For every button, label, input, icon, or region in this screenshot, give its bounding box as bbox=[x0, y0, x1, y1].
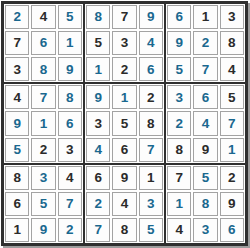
cell-r7c2[interactable]: 3 bbox=[31, 166, 55, 190]
cell-r6c9[interactable]: 1 bbox=[220, 138, 244, 162]
cell-r2c1[interactable]: 7 bbox=[5, 31, 29, 55]
cell-r5c2[interactable]: 1 bbox=[31, 111, 55, 135]
cell-r5c6[interactable]: 8 bbox=[139, 111, 163, 135]
cell-r8c6[interactable]: 3 bbox=[139, 192, 163, 216]
cell-r1c4[interactable]: 8 bbox=[86, 5, 110, 29]
cell-r3c6[interactable]: 6 bbox=[139, 57, 163, 81]
cell-r1c3[interactable]: 5 bbox=[58, 5, 82, 29]
cell-r7c5[interactable]: 9 bbox=[112, 166, 136, 190]
box-3-1: 834657192 bbox=[3, 164, 84, 244]
cell-r5c5[interactable]: 5 bbox=[112, 111, 136, 135]
cell-r6c7[interactable]: 8 bbox=[167, 138, 191, 162]
cell-r8c4[interactable]: 2 bbox=[86, 192, 110, 216]
cell-r4c7[interactable]: 3 bbox=[167, 85, 191, 109]
box-1-3: 613928574 bbox=[165, 3, 246, 83]
cell-r4c8[interactable]: 6 bbox=[193, 85, 217, 109]
box-2-2: 912358467 bbox=[84, 83, 165, 163]
cell-r6c8[interactable]: 9 bbox=[193, 138, 217, 162]
cell-r1c1[interactable]: 2 bbox=[5, 5, 29, 29]
cell-r5c7[interactable]: 2 bbox=[167, 111, 191, 135]
cell-r8c3[interactable]: 7 bbox=[58, 192, 82, 216]
cell-r3c2[interactable]: 8 bbox=[31, 57, 55, 81]
cell-r7c9[interactable]: 2 bbox=[220, 166, 244, 190]
cell-r5c1[interactable]: 9 bbox=[5, 111, 29, 135]
cell-r1c6[interactable]: 9 bbox=[139, 5, 163, 29]
cell-r4c9[interactable]: 5 bbox=[220, 85, 244, 109]
cell-r1c9[interactable]: 3 bbox=[220, 5, 244, 29]
cell-r9c4[interactable]: 7 bbox=[86, 218, 110, 242]
cell-r7c7[interactable]: 7 bbox=[167, 166, 191, 190]
cell-r9c9[interactable]: 6 bbox=[220, 218, 244, 242]
cell-r4c5[interactable]: 1 bbox=[112, 85, 136, 109]
cell-r8c9[interactable]: 9 bbox=[220, 192, 244, 216]
cell-r7c3[interactable]: 4 bbox=[58, 166, 82, 190]
cell-r3c4[interactable]: 1 bbox=[86, 57, 110, 81]
box-3-2: 691243785 bbox=[84, 164, 165, 244]
cell-r3c8[interactable]: 7 bbox=[193, 57, 217, 81]
cell-r2c4[interactable]: 5 bbox=[86, 31, 110, 55]
cell-r4c3[interactable]: 8 bbox=[58, 85, 82, 109]
cell-r2c3[interactable]: 1 bbox=[58, 31, 82, 55]
cell-r1c7[interactable]: 6 bbox=[167, 5, 191, 29]
cell-r6c6[interactable]: 7 bbox=[139, 138, 163, 162]
box-3-3: 752189436 bbox=[165, 164, 246, 244]
cell-r7c6[interactable]: 1 bbox=[139, 166, 163, 190]
cell-r4c2[interactable]: 7 bbox=[31, 85, 55, 109]
cell-r3c7[interactable]: 5 bbox=[167, 57, 191, 81]
cell-r4c1[interactable]: 4 bbox=[5, 85, 29, 109]
cell-r8c5[interactable]: 4 bbox=[112, 192, 136, 216]
cell-r2c9[interactable]: 8 bbox=[220, 31, 244, 55]
cell-r6c2[interactable]: 2 bbox=[31, 138, 55, 162]
cell-r1c8[interactable]: 1 bbox=[193, 5, 217, 29]
cell-r3c5[interactable]: 2 bbox=[112, 57, 136, 81]
cell-r9c8[interactable]: 3 bbox=[193, 218, 217, 242]
cell-r5c3[interactable]: 6 bbox=[58, 111, 82, 135]
cell-r2c6[interactable]: 4 bbox=[139, 31, 163, 55]
cell-r8c2[interactable]: 5 bbox=[31, 192, 55, 216]
cell-r5c4[interactable]: 3 bbox=[86, 111, 110, 135]
cell-r5c8[interactable]: 4 bbox=[193, 111, 217, 135]
box-1-2: 879534126 bbox=[84, 3, 165, 83]
cell-r1c5[interactable]: 7 bbox=[112, 5, 136, 29]
cell-r6c5[interactable]: 6 bbox=[112, 138, 136, 162]
cell-r2c8[interactable]: 2 bbox=[193, 31, 217, 55]
cell-r2c2[interactable]: 6 bbox=[31, 31, 55, 55]
cell-r1c2[interactable]: 4 bbox=[31, 5, 55, 29]
cell-r5c9[interactable]: 7 bbox=[220, 111, 244, 135]
cell-r9c5[interactable]: 8 bbox=[112, 218, 136, 242]
cell-r7c8[interactable]: 5 bbox=[193, 166, 217, 190]
cell-r6c4[interactable]: 4 bbox=[86, 138, 110, 162]
cell-r9c2[interactable]: 9 bbox=[31, 218, 55, 242]
cell-r3c9[interactable]: 4 bbox=[220, 57, 244, 81]
cell-r3c3[interactable]: 9 bbox=[58, 57, 82, 81]
cell-r7c1[interactable]: 8 bbox=[5, 166, 29, 190]
cell-r3c1[interactable]: 3 bbox=[5, 57, 29, 81]
cell-r2c5[interactable]: 3 bbox=[112, 31, 136, 55]
cell-r6c3[interactable]: 3 bbox=[58, 138, 82, 162]
cell-r8c1[interactable]: 6 bbox=[5, 192, 29, 216]
cell-r9c3[interactable]: 2 bbox=[58, 218, 82, 242]
cell-r4c4[interactable]: 9 bbox=[86, 85, 110, 109]
box-2-3: 365247891 bbox=[165, 83, 246, 163]
cell-r9c6[interactable]: 5 bbox=[139, 218, 163, 242]
box-1-1: 245761389 bbox=[3, 3, 84, 83]
cell-r2c7[interactable]: 9 bbox=[167, 31, 191, 55]
cell-r9c7[interactable]: 4 bbox=[167, 218, 191, 242]
box-2-1: 478916523 bbox=[3, 83, 84, 163]
cell-r4c6[interactable]: 2 bbox=[139, 85, 163, 109]
cell-r9c1[interactable]: 1 bbox=[5, 218, 29, 242]
cell-r8c7[interactable]: 1 bbox=[167, 192, 191, 216]
cell-r8c8[interactable]: 8 bbox=[193, 192, 217, 216]
cell-r6c1[interactable]: 5 bbox=[5, 138, 29, 162]
sudoku-board: 2457613898795341266139285744789165239123… bbox=[1, 1, 248, 246]
cell-r7c4[interactable]: 6 bbox=[86, 166, 110, 190]
